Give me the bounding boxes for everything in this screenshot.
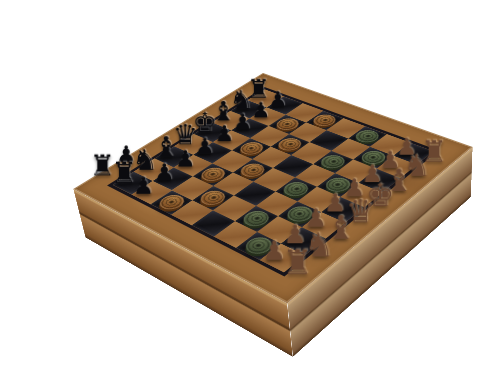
black-pawn: ♟ bbox=[175, 148, 195, 171]
black-pawn: ♟ bbox=[251, 100, 270, 121]
square-b2: ♟ bbox=[153, 167, 193, 190]
scene: ♜♟♟♞♟♟♝♟♟♚♟♟♛♟♟♝♟♟♞♟♟♜♟♟ ♜♞♝♚♛♝♞♜ ♟♜ bbox=[0, 0, 500, 383]
square-f4 bbox=[275, 177, 317, 201]
black-pawn: ♟ bbox=[154, 161, 175, 184]
board-frame: ♜♟♟♞♟♟♝♟♟♚♟♟♛♟♟♝♟♟♞♟♟♜♟♟ ♜♞♝♚♛♝♞♜ ♟♜ bbox=[73, 73, 472, 303]
black-pawn: ♟ bbox=[214, 123, 234, 145]
product-photo: ♜♟♟♞♟♟♝♟♟♚♟♟♛♟♟♝♟♟♞♟♟♜♟♟ ♜♞♝♚♛♝♞♜ ♟♜ bbox=[0, 0, 500, 383]
black-pawn: ♟ bbox=[233, 111, 252, 133]
chess-box: ♜♟♟♞♟♟♝♟♟♚♟♟♛♟♟♝♟♟♞♟♟♜♟♟ ♜♞♝♚♛♝♞♜ ♟♜ bbox=[73, 73, 472, 303]
brown-rook: ♜ bbox=[282, 246, 313, 280]
black-pawn: ♟ bbox=[269, 89, 288, 110]
black-pawn: ♟ bbox=[195, 135, 215, 157]
checker-brown-disc bbox=[196, 188, 230, 208]
black-pawn: ♟ bbox=[133, 174, 154, 198]
